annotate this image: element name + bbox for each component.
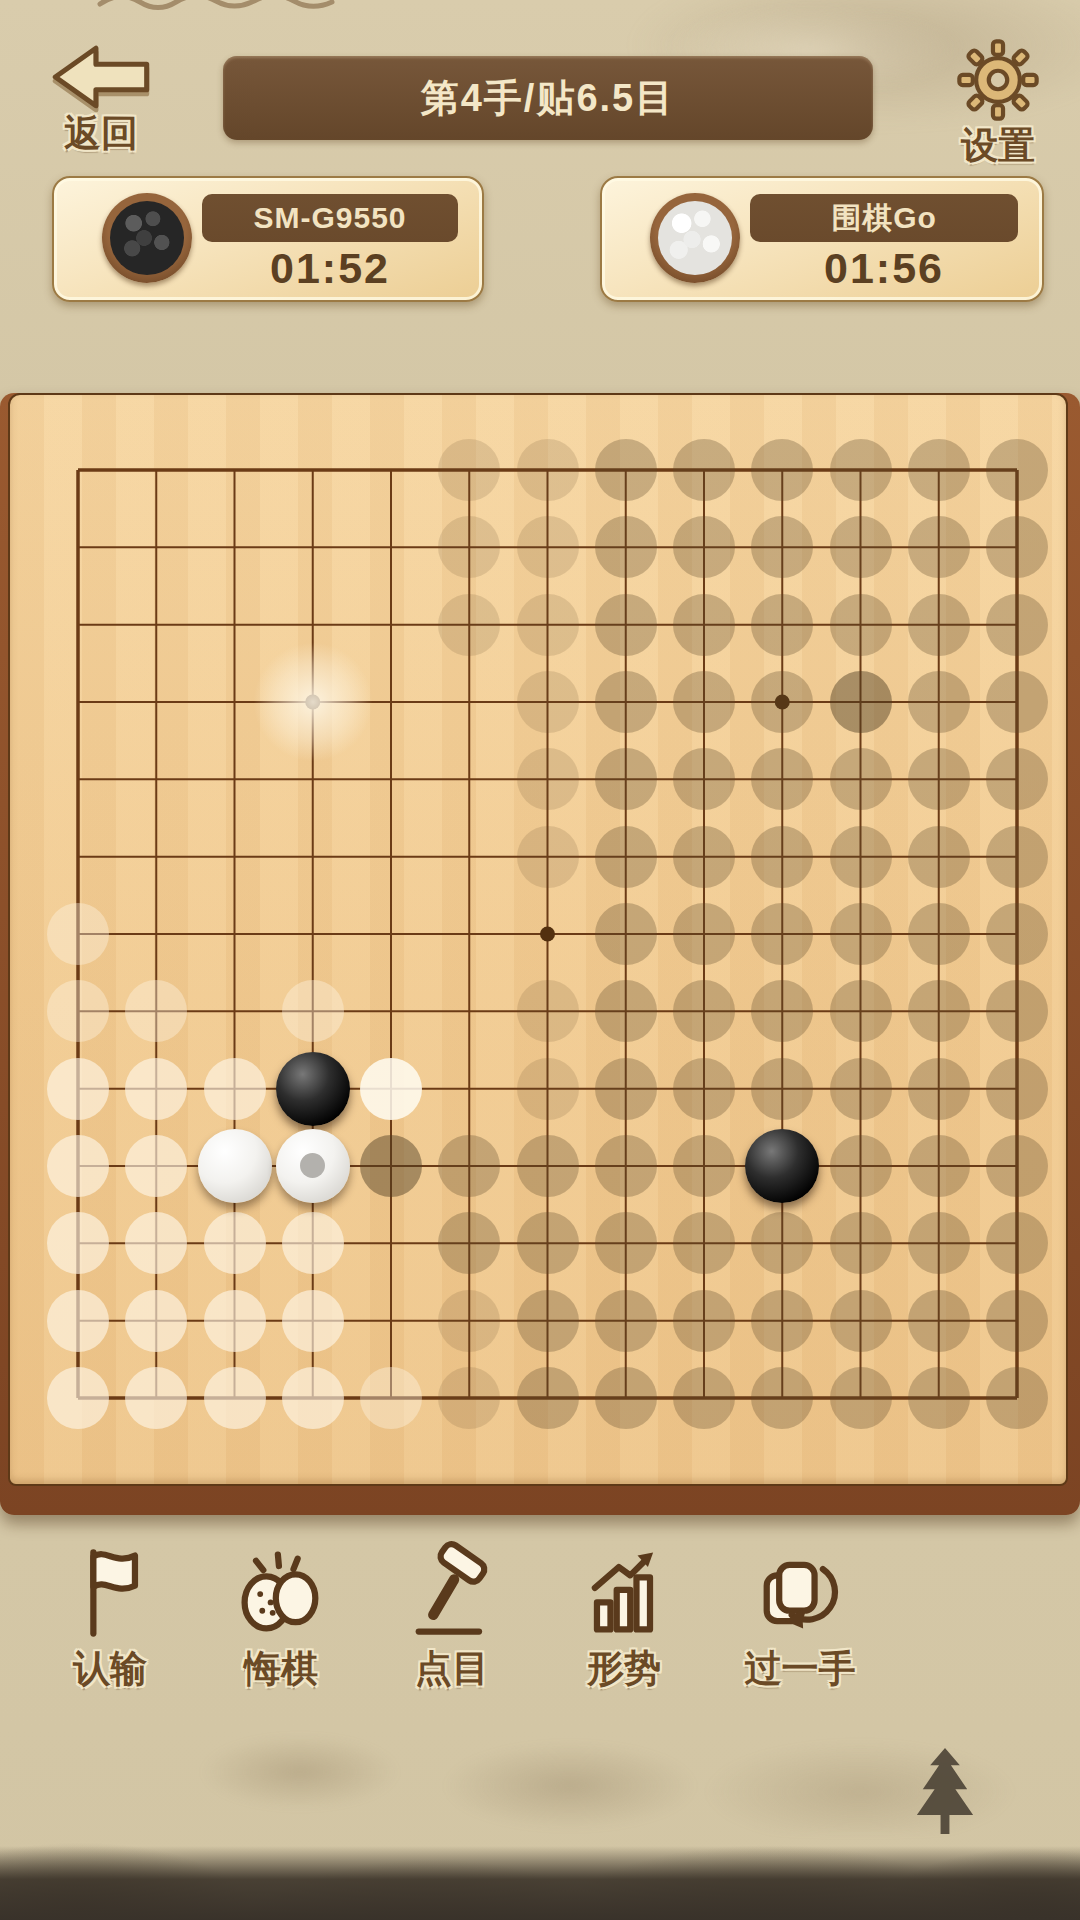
influence-mark-black <box>517 980 579 1042</box>
influence-mark-black <box>751 439 813 501</box>
influence-mark-white <box>47 903 109 965</box>
influence-mark-black <box>830 1290 892 1352</box>
back-button[interactable]: 返回 <box>42 44 160 154</box>
influence-mark-black <box>673 1135 735 1197</box>
white-player-timer: 01:56 <box>750 244 1018 293</box>
influence-mark-black <box>830 748 892 810</box>
influence-mark-black <box>908 826 970 888</box>
influence-mark-black <box>673 1290 735 1352</box>
influence-mark-black <box>908 980 970 1042</box>
settings-button[interactable]: 设置 <box>938 38 1058 166</box>
influence-mark-black <box>830 1367 892 1429</box>
influence-mark-black <box>595 1367 657 1429</box>
influence-mark-white <box>47 1290 109 1352</box>
influence-mark-black <box>517 1058 579 1120</box>
influence-mark-black <box>986 1135 1048 1197</box>
influence-mark-black <box>673 826 735 888</box>
influence-mark-black <box>595 903 657 965</box>
influence-mark-black <box>908 1058 970 1120</box>
influence-mark-black <box>438 1135 500 1197</box>
influence-mark-black <box>360 1135 422 1197</box>
influence-mark-black <box>595 439 657 501</box>
black-stones-bowl-avatar <box>102 193 192 283</box>
influence-mark-white <box>282 1367 344 1429</box>
black-stone-K4 <box>745 1129 819 1203</box>
influence-mark-black <box>830 594 892 656</box>
move-info-text: 第4手/贴6.5目 <box>421 73 676 124</box>
influence-mark-black <box>751 1058 813 1120</box>
hint-glow <box>253 642 373 762</box>
go-app-screen: 返回 第4手/贴6.5目 设置 SM-G9550 01:52 <box>0 0 1080 1920</box>
influence-mark-black <box>673 1058 735 1120</box>
influence-mark-black <box>908 594 970 656</box>
influence-mark-black <box>595 1135 657 1197</box>
influence-mark-black <box>830 671 892 733</box>
influence-mark-black <box>986 594 1048 656</box>
black-player-timer: 01:52 <box>202 244 458 293</box>
influence-mark-black <box>438 1367 500 1429</box>
pass-arrow-icon <box>748 1540 852 1644</box>
influence-mark-black <box>908 1367 970 1429</box>
influence-mark-black <box>673 671 735 733</box>
influence-mark-black <box>830 516 892 578</box>
influence-mark-black <box>986 980 1048 1042</box>
influence-mark-white <box>125 1135 187 1197</box>
influence-mark-black <box>830 1212 892 1274</box>
black-player-name: SM-G9550 <box>253 201 406 235</box>
last-move-marker <box>300 1153 325 1178</box>
influence-mark-white <box>47 1058 109 1120</box>
back-label: 返回 <box>42 114 160 154</box>
gear-icon <box>956 38 1040 122</box>
influence-mark-black <box>986 1290 1048 1352</box>
flag-icon <box>58 1540 162 1644</box>
influence-mark-black <box>517 826 579 888</box>
influence-mark-black <box>986 439 1048 501</box>
player-card-white: 围棋Go 01:56 <box>600 176 1044 302</box>
black-player-nameplate: SM-G9550 <box>202 194 458 242</box>
influence-mark-white <box>47 1212 109 1274</box>
influence-mark-black <box>673 439 735 501</box>
star-point <box>540 926 555 941</box>
influence-mark-black <box>908 1212 970 1274</box>
black-stone-D5 <box>276 1052 350 1126</box>
gavel-icon <box>400 1540 504 1644</box>
influence-mark-black <box>830 439 892 501</box>
influence-mark-white <box>47 1135 109 1197</box>
influence-mark-white <box>125 1367 187 1429</box>
influence-mark-black <box>986 671 1048 733</box>
influence-mark-black <box>830 903 892 965</box>
influence-mark-black <box>517 1135 579 1197</box>
influence-mark-black <box>986 903 1048 965</box>
move-info-bar: 第4手/贴6.5目 <box>223 56 873 140</box>
influence-mark-white <box>204 1212 266 1274</box>
count-button[interactable]: 点目 <box>366 1540 538 1694</box>
undo-button[interactable]: 悔棋 <box>195 1540 367 1694</box>
white-player-name: 围棋Go <box>831 198 937 239</box>
influence-mark-black <box>673 516 735 578</box>
influence-mark-black <box>673 748 735 810</box>
influence-mark-black <box>908 903 970 965</box>
influence-mark-black <box>830 980 892 1042</box>
influence-mark-black <box>751 1290 813 1352</box>
influence-mark-white <box>204 1367 266 1429</box>
influence-mark-black <box>595 748 657 810</box>
influence-mark-white <box>47 980 109 1042</box>
influence-mark-black <box>517 594 579 656</box>
board-frame <box>0 393 1080 1515</box>
influence-mark-black <box>673 980 735 1042</box>
bar-chart-icon <box>572 1540 676 1644</box>
influence-mark-white <box>282 980 344 1042</box>
influence-mark-black <box>986 1058 1048 1120</box>
influence-mark-black <box>751 671 813 733</box>
influence-mark-black <box>751 826 813 888</box>
influence-mark-black <box>517 1367 579 1429</box>
influence-mark-white <box>47 1367 109 1429</box>
influence-mark-white <box>282 1290 344 1352</box>
influence-mark-white <box>125 1058 187 1120</box>
player-card-black: SM-G9550 01:52 <box>52 176 484 302</box>
influence-mark-black <box>673 903 735 965</box>
ink-squiggle-decoration <box>96 0 356 20</box>
influence-mark-black <box>908 439 970 501</box>
influence-mark-black <box>830 826 892 888</box>
influence-mark-black <box>751 1367 813 1429</box>
undo-stones-icon <box>229 1540 333 1644</box>
influence-mark-black <box>986 1367 1048 1429</box>
white-stone-C4 <box>198 1129 272 1203</box>
influence-mark-black <box>830 1058 892 1120</box>
influence-mark-black <box>830 1135 892 1197</box>
influence-mark-black <box>517 516 579 578</box>
ink-landscape-decoration <box>0 1680 1080 1920</box>
situation-button[interactable]: 形势 <box>538 1540 710 1694</box>
influence-mark-black <box>986 1212 1048 1274</box>
influence-mark-black <box>595 826 657 888</box>
influence-mark-black <box>673 1212 735 1274</box>
influence-mark-black <box>438 594 500 656</box>
influence-mark-black <box>751 594 813 656</box>
influence-mark-black <box>595 671 657 733</box>
influence-mark-black <box>908 516 970 578</box>
back-arrow-icon <box>49 44 153 110</box>
influence-mark-white <box>204 1290 266 1352</box>
influence-mark-black <box>986 826 1048 888</box>
influence-mark-black <box>595 594 657 656</box>
influence-mark-black <box>595 516 657 578</box>
settings-label: 设置 <box>938 126 1058 166</box>
influence-mark-black <box>673 594 735 656</box>
influence-mark-white <box>360 1058 422 1120</box>
influence-mark-black <box>908 1290 970 1352</box>
influence-mark-white <box>125 1290 187 1352</box>
influence-mark-black <box>595 980 657 1042</box>
white-player-nameplate: 围棋Go <box>750 194 1018 242</box>
influence-mark-black <box>908 1135 970 1197</box>
influence-mark-black <box>517 748 579 810</box>
influence-mark-black <box>673 1367 735 1429</box>
influence-mark-black <box>986 516 1048 578</box>
influence-mark-black <box>438 1290 500 1352</box>
influence-mark-black <box>908 748 970 810</box>
influence-mark-black <box>751 903 813 965</box>
influence-mark-black <box>595 1290 657 1352</box>
influence-mark-black <box>986 748 1048 810</box>
influence-mark-white <box>204 1058 266 1120</box>
influence-mark-black <box>595 1212 657 1274</box>
influence-mark-black <box>908 671 970 733</box>
influence-mark-black <box>595 1058 657 1120</box>
influence-mark-black <box>517 1212 579 1274</box>
white-stones-bowl-avatar <box>650 193 740 283</box>
white-stone-D4 <box>276 1129 350 1203</box>
influence-mark-black <box>517 1290 579 1352</box>
resign-button[interactable]: 认输 <box>24 1540 196 1694</box>
influence-mark-white <box>282 1212 344 1274</box>
influence-mark-black <box>517 439 579 501</box>
influence-mark-black <box>438 439 500 501</box>
influence-mark-white <box>360 1367 422 1429</box>
board-surface[interactable] <box>8 393 1068 1486</box>
influence-mark-black <box>517 671 579 733</box>
pass-button[interactable]: 过一手 <box>714 1540 886 1694</box>
